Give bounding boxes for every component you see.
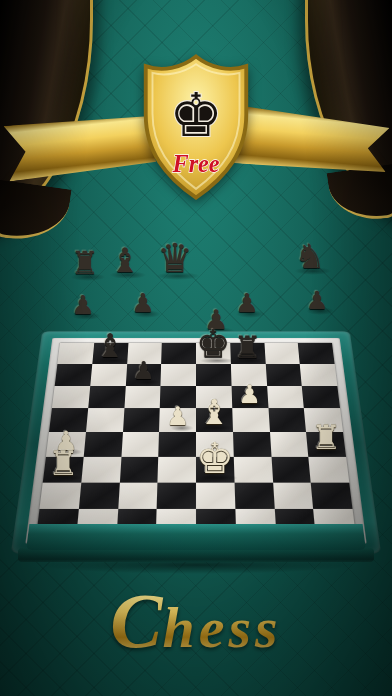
square-a7[interactable]: [55, 364, 92, 386]
square-d2[interactable]: [157, 482, 196, 509]
square-b7[interactable]: [90, 364, 127, 386]
square-c3[interactable]: [119, 457, 158, 483]
square-g7[interactable]: [265, 364, 302, 386]
shield-king-icon: ♚: [169, 80, 223, 150]
square-e7[interactable]: [196, 364, 231, 386]
chess-app-screen: { "app": { "title": "Chess", "badge": { …: [0, 0, 392, 696]
app-title: Chess: [0, 576, 392, 666]
square-h6[interactable]: [302, 386, 340, 409]
piece-black-pawn-c7[interactable]: ♟: [132, 359, 154, 384]
square-g3[interactable]: [271, 457, 311, 483]
square-c4[interactable]: [121, 432, 159, 457]
square-g8[interactable]: [264, 343, 300, 364]
square-c5[interactable]: [123, 408, 160, 432]
piece-black-bishop-b8[interactable]: ♝: [96, 330, 125, 363]
title-capital: C: [110, 577, 162, 664]
square-e2[interactable]: [196, 482, 235, 509]
square-f2[interactable]: [234, 482, 274, 509]
square-c2[interactable]: [118, 482, 158, 509]
board-base-edge: [18, 548, 374, 562]
piece-white-pawn-f6[interactable]: ♟: [238, 381, 261, 406]
square-f5[interactable]: [232, 408, 269, 432]
square-f4[interactable]: [233, 432, 271, 457]
square-g5[interactable]: [268, 408, 306, 432]
piece-white-bishop-e5[interactable]: ♝: [199, 395, 230, 430]
square-c6[interactable]: [124, 386, 161, 409]
square-g6[interactable]: [267, 386, 304, 409]
square-a8[interactable]: [57, 343, 94, 364]
square-d4[interactable]: [158, 432, 196, 457]
square-g4[interactable]: [270, 432, 309, 457]
square-f3[interactable]: [234, 457, 273, 483]
piece-black-king-e8[interactable]: ♚: [196, 324, 230, 362]
badge-free-label: Free: [172, 150, 220, 177]
piece-white-king-e3[interactable]: ♚: [196, 437, 234, 479]
square-b2[interactable]: [79, 482, 120, 509]
piece-white-pawn-d5[interactable]: ♟: [166, 404, 189, 430]
square-d8[interactable]: [161, 343, 196, 364]
square-h7[interactable]: [300, 364, 337, 386]
piece-white-rook-a3[interactable]: ♜: [48, 446, 79, 480]
square-a6[interactable]: [52, 386, 90, 409]
square-h3[interactable]: [309, 457, 350, 483]
square-d3[interactable]: [158, 457, 196, 483]
board-front-edge: [26, 524, 366, 550]
piece-white-rook-h4[interactable]: ♜: [311, 421, 341, 454]
free-badge-shield: ♚ Free: [138, 50, 254, 206]
square-b6[interactable]: [88, 386, 125, 409]
square-d7[interactable]: [161, 364, 196, 386]
square-h8[interactable]: [298, 343, 335, 364]
square-g2[interactable]: [273, 482, 314, 509]
square-a2[interactable]: [39, 482, 81, 509]
square-h2[interactable]: [311, 482, 353, 509]
square-b5[interactable]: [86, 408, 124, 432]
square-b3[interactable]: [81, 457, 121, 483]
piece-black-rook-f8[interactable]: ♜: [234, 332, 262, 363]
square-b4[interactable]: [83, 432, 122, 457]
